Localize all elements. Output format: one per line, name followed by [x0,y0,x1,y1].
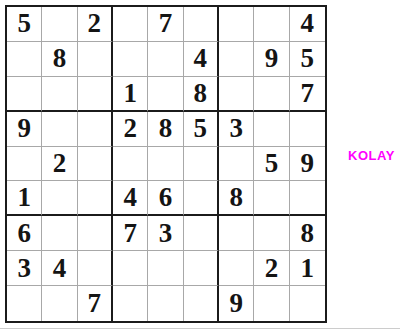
given-digit: 9 [229,290,243,317]
sudoku-cell[interactable] [78,181,113,216]
sudoku-cell[interactable]: 8 [42,42,77,77]
sudoku-cell[interactable] [290,286,325,321]
sudoku-cell[interactable] [78,112,113,147]
sudoku-cell[interactable] [42,286,77,321]
given-digit: 8 [194,80,208,107]
sudoku-cell[interactable] [219,147,254,182]
sudoku-cell[interactable] [219,216,254,251]
sudoku-cell[interactable]: 9 [254,42,289,77]
sudoku-cell[interactable] [42,216,77,251]
sudoku-cell[interactable] [42,77,77,112]
sudoku-cell[interactable]: 3 [7,251,42,286]
sudoku-cell[interactable]: 1 [7,181,42,216]
sudoku-cell[interactable] [7,42,42,77]
sudoku-cell[interactable]: 8 [219,181,254,216]
given-digit: 7 [88,290,102,317]
sudoku-cell[interactable] [254,112,289,147]
sudoku-cell[interactable] [254,7,289,42]
given-digit: 5 [265,150,279,177]
sudoku-cell[interactable]: 4 [113,181,148,216]
given-digit: 8 [301,220,315,247]
sudoku-cell[interactable]: 5 [290,42,325,77]
sudoku-cell[interactable] [184,181,219,216]
sudoku-cell[interactable] [219,251,254,286]
given-digit: 2 [123,115,137,142]
sudoku-cell[interactable]: 6 [7,216,42,251]
sudoku-cell[interactable] [148,42,183,77]
given-digit: 2 [53,150,67,177]
sudoku-cell[interactable] [42,181,77,216]
sudoku-cell[interactable] [113,7,148,42]
given-digit: 5 [301,45,315,72]
given-digit: 3 [229,115,243,142]
sudoku-cell[interactable] [78,77,113,112]
given-digit: 4 [301,10,315,37]
sudoku-cell[interactable] [148,251,183,286]
page-bottom-edge [0,328,400,329]
sudoku-cell[interactable]: 8 [148,112,183,147]
sudoku-cell[interactable] [184,286,219,321]
sudoku-cell[interactable] [78,147,113,182]
sudoku-cell[interactable]: 8 [290,216,325,251]
sudoku-cell[interactable]: 9 [290,147,325,182]
sudoku-cell[interactable] [184,216,219,251]
sudoku-cell[interactable]: 5 [254,147,289,182]
sudoku-cell[interactable]: 4 [42,251,77,286]
given-digit: 1 [123,80,137,107]
sudoku-cell[interactable]: 7 [113,216,148,251]
sudoku-cell[interactable] [113,251,148,286]
given-digit: 4 [194,45,208,72]
sudoku-cell[interactable]: 3 [148,216,183,251]
given-digit: 4 [53,255,67,282]
sudoku-cell[interactable] [113,147,148,182]
given-digit: 7 [123,220,137,247]
sudoku-cell[interactable] [113,42,148,77]
sudoku-cell[interactable]: 9 [219,286,254,321]
given-digit: 6 [159,184,173,211]
given-digit: 6 [17,220,31,247]
given-digit: 4 [123,184,137,211]
sudoku-cell[interactable] [254,77,289,112]
sudoku-cell[interactable] [78,251,113,286]
sudoku-cell[interactable]: 2 [254,251,289,286]
sudoku-cell[interactable]: 3 [219,112,254,147]
sudoku-cell[interactable]: 2 [42,147,77,182]
sudoku-cell[interactable] [219,77,254,112]
given-digit: 7 [301,80,315,107]
given-digit: 5 [194,115,208,142]
sudoku-cell[interactable] [7,147,42,182]
given-digit: 7 [159,10,173,37]
sudoku-cell[interactable] [78,216,113,251]
sudoku-cell[interactable]: 1 [113,77,148,112]
sudoku-cell[interactable] [148,286,183,321]
sudoku-cell[interactable] [184,7,219,42]
sudoku-cell[interactable] [290,181,325,216]
sudoku-cell[interactable]: 2 [113,112,148,147]
sudoku-cell[interactable] [42,112,77,147]
given-digit: 8 [53,45,67,72]
sudoku-cell[interactable] [254,216,289,251]
sudoku-cell[interactable] [184,147,219,182]
sudoku-cell[interactable] [7,77,42,112]
sudoku-cell[interactable]: 6 [148,181,183,216]
sudoku-cell[interactable]: 7 [78,286,113,321]
sudoku-cell[interactable] [148,77,183,112]
sudoku-cell[interactable] [113,286,148,321]
given-digit: 9 [265,45,279,72]
sudoku-cell[interactable] [184,251,219,286]
given-digit: 9 [17,115,31,142]
difficulty-label: KOLAY [348,148,395,163]
sudoku-cell[interactable]: 7 [148,7,183,42]
given-digit: 2 [265,255,279,282]
given-digit: 2 [88,10,102,37]
sudoku-cell[interactable] [290,112,325,147]
sudoku-cell[interactable] [219,42,254,77]
sudoku-cell[interactable]: 5 [184,112,219,147]
sudoku-cell[interactable]: 1 [290,251,325,286]
sudoku-cell[interactable] [254,286,289,321]
sudoku-cell[interactable] [254,181,289,216]
sudoku-cell[interactable] [7,286,42,321]
sudoku-board: 527484951879285325914686738342179 [5,5,327,323]
given-digit: 3 [17,255,31,282]
given-digit: 5 [17,10,31,37]
given-digit: 1 [301,255,315,282]
given-digit: 1 [17,184,31,211]
sudoku-cell[interactable]: 2 [78,7,113,42]
sudoku-cell[interactable]: 9 [7,112,42,147]
sudoku-cell[interactable] [78,42,113,77]
given-digit: 8 [229,184,243,211]
sudoku-cell[interactable]: 4 [290,7,325,42]
sudoku-cell[interactable] [42,7,77,42]
given-digit: 9 [301,150,315,177]
sudoku-cell[interactable]: 5 [7,7,42,42]
sudoku-cell[interactable] [219,7,254,42]
sudoku-cell[interactable]: 7 [290,77,325,112]
sudoku-cell[interactable]: 4 [184,42,219,77]
given-digit: 8 [159,115,173,142]
sudoku-cell[interactable] [148,147,183,182]
given-digit: 3 [159,220,173,247]
sudoku-cell[interactable]: 8 [184,77,219,112]
